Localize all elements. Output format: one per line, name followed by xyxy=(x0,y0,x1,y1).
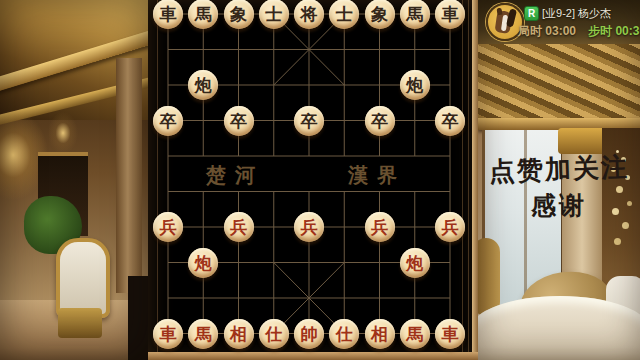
player-name: [业9-2] 杨少杰 xyxy=(542,6,611,21)
piece-black-soldier[interactable]: 卒 xyxy=(435,106,465,136)
piece-red-soldier[interactable]: 兵 xyxy=(435,212,465,242)
piece-black-cannon[interactable]: 炮 xyxy=(400,70,430,100)
piece-red-soldier[interactable]: 兵 xyxy=(294,212,324,242)
piece-black-soldier[interactable]: 卒 xyxy=(294,106,324,136)
move-timer: 步时 00:30 xyxy=(588,24,640,38)
left-room-photo xyxy=(0,0,148,360)
piece-black-general[interactable]: 将 xyxy=(294,0,324,29)
xiangqi-board[interactable]: 楚河 漢界 車馬象士将士象馬車炮炮卒卒卒卒卒兵兵兵兵兵炮炮車馬相仕帥仕相馬車 xyxy=(148,0,478,360)
piece-black-chariot[interactable]: 車 xyxy=(153,0,183,29)
horse-ear xyxy=(497,8,503,16)
piece-black-elephant[interactable]: 象 xyxy=(224,0,254,29)
piece-red-soldier[interactable]: 兵 xyxy=(153,212,183,242)
vignette xyxy=(0,0,148,360)
timers: 局时 03:00步时 00:30 xyxy=(518,23,640,40)
move-timer-label: 步时 xyxy=(588,24,612,38)
piece-red-chariot[interactable]: 車 xyxy=(153,319,183,349)
piece-red-soldier[interactable]: 兵 xyxy=(224,212,254,242)
stream-overlay-text: 点赞加关注 感谢 xyxy=(478,152,640,222)
piece-black-advisor[interactable]: 士 xyxy=(259,0,289,29)
piece-red-advisor[interactable]: 仕 xyxy=(329,319,359,349)
river-label-chu: 楚河 xyxy=(206,162,264,189)
game-timer-label: 局时 xyxy=(518,24,542,38)
player-hud: R [业9-2] 杨少杰 局时 03:00步时 00:30 xyxy=(480,0,640,44)
river-label-han: 漢界 xyxy=(348,162,406,189)
piece-red-elephant[interactable]: 相 xyxy=(365,319,395,349)
piece-black-soldier[interactable]: 卒 xyxy=(365,106,395,136)
piece-red-cannon[interactable]: 炮 xyxy=(400,248,430,278)
piece-black-elephant[interactable]: 象 xyxy=(365,0,395,29)
overlay-line1: 点赞加关注 xyxy=(478,149,640,190)
river-band: 楚河 漢界 xyxy=(148,160,470,192)
board-frame-bottom xyxy=(148,352,478,360)
piece-black-soldier[interactable]: 卒 xyxy=(153,106,183,136)
piece-red-general[interactable]: 帥 xyxy=(294,319,324,349)
piece-red-cannon[interactable]: 炮 xyxy=(188,248,218,278)
overlay-line2: 感谢 xyxy=(478,189,640,222)
game-timer: 局时 03:00 xyxy=(518,24,576,38)
rank-badge: R xyxy=(524,6,539,21)
piece-red-horse[interactable]: 馬 xyxy=(188,319,218,349)
game-timer-value: 03:00 xyxy=(545,24,576,38)
piece-black-horse[interactable]: 馬 xyxy=(400,0,430,29)
piece-red-soldier[interactable]: 兵 xyxy=(365,212,395,242)
piece-red-elephant[interactable]: 相 xyxy=(224,319,254,349)
move-timer-value: 00:30 xyxy=(615,24,640,38)
piece-black-soldier[interactable]: 卒 xyxy=(224,106,254,136)
game-screen: 点赞加关注 感谢 xyxy=(0,0,640,360)
piece-black-chariot[interactable]: 車 xyxy=(435,0,465,29)
piece-red-advisor[interactable]: 仕 xyxy=(259,319,289,349)
piece-red-horse[interactable]: 馬 xyxy=(400,319,430,349)
right-room-photo: 点赞加关注 感谢 xyxy=(478,0,640,360)
piece-red-chariot[interactable]: 車 xyxy=(435,319,465,349)
